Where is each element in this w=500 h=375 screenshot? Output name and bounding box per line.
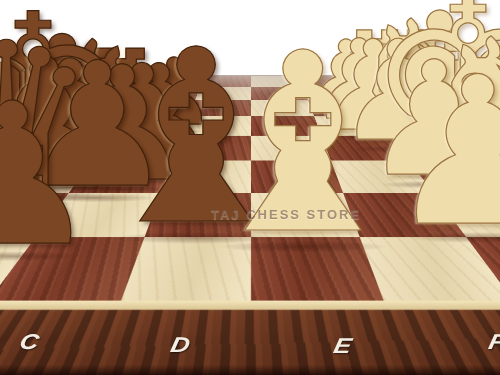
square-d1 <box>120 237 251 301</box>
square-c5 <box>111 116 188 136</box>
square-e7 <box>251 87 308 100</box>
square-d4 <box>172 136 251 161</box>
maple-border-line <box>0 301 500 310</box>
square-d5 <box>181 116 251 136</box>
square-e3 <box>251 161 342 193</box>
square-d6 <box>189 100 251 116</box>
square-c8 <box>148 76 204 87</box>
board-grid <box>0 76 500 301</box>
square-c6 <box>126 100 194 116</box>
square-h8 <box>394 76 458 87</box>
square-e6 <box>251 100 313 116</box>
background-glimpse-left <box>0 82 10 96</box>
square-e5 <box>251 116 321 136</box>
square-e4 <box>251 136 330 161</box>
square-b8 <box>96 76 156 87</box>
square-f8 <box>299 76 355 87</box>
square-d7 <box>194 87 251 100</box>
chess-board-perspective <box>61 76 441 316</box>
background-glimpse-right <box>469 84 479 98</box>
chess-board <box>0 76 500 375</box>
board-front-edge-shadow <box>0 365 500 375</box>
watermark-text: TAJ CHESS STORE <box>211 207 361 222</box>
square-d3 <box>160 161 251 193</box>
square-c7 <box>138 87 199 100</box>
chess-product-photo: ♟♜♞♝♛♚♟♟♟♟♟♟♟♟♝♝♟♟♟♟♜♞♟♝♚♟♞♟ TAJ CHESS S… <box>0 0 500 375</box>
square-d8 <box>199 76 251 87</box>
square-e8 <box>251 76 303 87</box>
